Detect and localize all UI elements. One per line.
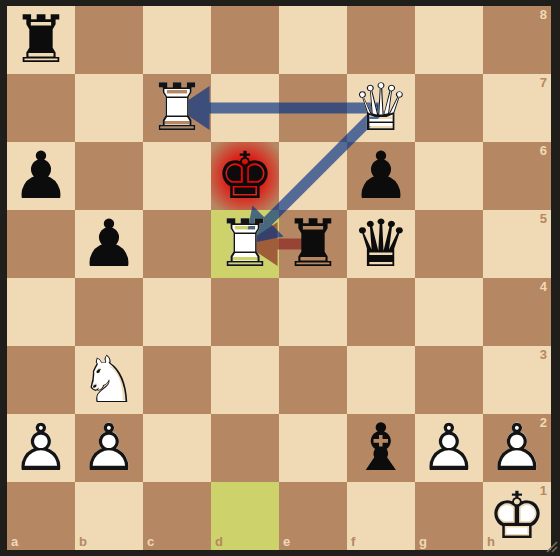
square-c2[interactable]: [143, 414, 211, 482]
square-g6[interactable]: [415, 142, 483, 210]
file-label-e: e: [283, 534, 290, 549]
square-e2[interactable]: [279, 414, 347, 482]
square-b6[interactable]: [75, 142, 143, 210]
square-f4[interactable]: [347, 278, 415, 346]
square-g5[interactable]: [415, 210, 483, 278]
square-g8[interactable]: [415, 6, 483, 74]
resize-handle-icon[interactable]: [545, 540, 559, 554]
square-c8[interactable]: [143, 6, 211, 74]
glyph: ♜: [279, 210, 347, 278]
square-c5[interactable]: [143, 210, 211, 278]
piece-black-rook-a8[interactable]: ♜: [7, 6, 75, 74]
square-f7[interactable]: ♛♕: [347, 74, 415, 142]
glyph-outline: ♙: [483, 414, 551, 482]
square-b7[interactable]: [75, 74, 143, 142]
square-h7[interactable]: 7: [483, 74, 551, 142]
glyph: ♟: [7, 142, 75, 210]
square-f3[interactable]: [347, 346, 415, 414]
square-c7[interactable]: ♜♖: [143, 74, 211, 142]
square-h1[interactable]: h1♚♔: [483, 482, 551, 550]
glyph: ♛: [347, 210, 415, 278]
square-d2[interactable]: [211, 414, 279, 482]
file-label-c: c: [147, 534, 154, 549]
glyph: ♟: [75, 210, 143, 278]
square-g1[interactable]: g: [415, 482, 483, 550]
rank-label-3: 3: [540, 347, 547, 362]
board-frame: ♜8♜♖♛♕7♟♚♟6♟♜♖♜♛54♞♘3♟♙♟♙♝♟♙2♟♙abcdefgh1…: [0, 0, 560, 556]
glyph-outline: ♕: [347, 74, 415, 142]
square-f1[interactable]: f: [347, 482, 415, 550]
square-h5[interactable]: 5: [483, 210, 551, 278]
square-b3[interactable]: ♞♘: [75, 346, 143, 414]
square-a1[interactable]: a: [7, 482, 75, 550]
glyph-outline: ♙: [415, 414, 483, 482]
piece-white-pawn-g2[interactable]: ♟♙: [415, 414, 483, 482]
piece-black-pawn-b5[interactable]: ♟: [75, 210, 143, 278]
square-h3[interactable]: 3: [483, 346, 551, 414]
square-e3[interactable]: [279, 346, 347, 414]
piece-black-bishop-f2[interactable]: ♝: [347, 414, 415, 482]
square-a6[interactable]: ♟: [7, 142, 75, 210]
square-a8[interactable]: ♜: [7, 6, 75, 74]
piece-black-pawn-a6[interactable]: ♟: [7, 142, 75, 210]
square-h2[interactable]: 2♟♙: [483, 414, 551, 482]
square-e7[interactable]: [279, 74, 347, 142]
square-a5[interactable]: [7, 210, 75, 278]
file-label-g: g: [419, 534, 427, 549]
rank-label-6: 6: [540, 143, 547, 158]
glyph: ♜: [7, 6, 75, 74]
square-b2[interactable]: ♟♙: [75, 414, 143, 482]
glyph: ♚: [211, 142, 279, 210]
square-g7[interactable]: [415, 74, 483, 142]
piece-white-knight-b3[interactable]: ♞♘: [75, 346, 143, 414]
rank-label-8: 8: [540, 7, 547, 22]
square-d5[interactable]: ♜♖: [211, 210, 279, 278]
square-a2[interactable]: ♟♙: [7, 414, 75, 482]
file-label-b: b: [79, 534, 87, 549]
piece-white-rook-d5[interactable]: ♜♖: [211, 210, 279, 278]
piece-black-king-d6[interactable]: ♚: [211, 142, 279, 210]
file-label-f: f: [351, 534, 355, 549]
square-c6[interactable]: [143, 142, 211, 210]
glyph-outline: ♙: [7, 414, 75, 482]
glyph-outline: ♔: [483, 482, 551, 550]
square-g4[interactable]: [415, 278, 483, 346]
square-a7[interactable]: [7, 74, 75, 142]
square-f6[interactable]: ♟: [347, 142, 415, 210]
piece-white-king-h1[interactable]: ♚♔: [483, 482, 551, 550]
piece-black-pawn-f6[interactable]: ♟: [347, 142, 415, 210]
square-d4[interactable]: [211, 278, 279, 346]
piece-white-pawn-b2[interactable]: ♟♙: [75, 414, 143, 482]
glyph-outline: ♖: [143, 74, 211, 142]
square-g3[interactable]: [415, 346, 483, 414]
glyph-outline: ♖: [211, 210, 279, 278]
square-d8[interactable]: [211, 6, 279, 74]
square-e4[interactable]: [279, 278, 347, 346]
square-a3[interactable]: [7, 346, 75, 414]
square-e8[interactable]: [279, 6, 347, 74]
square-c4[interactable]: [143, 278, 211, 346]
piece-white-pawn-a2[interactable]: ♟♙: [7, 414, 75, 482]
file-label-a: a: [11, 534, 18, 549]
piece-black-rook-e5[interactable]: ♜: [279, 210, 347, 278]
rank-label-4: 4: [540, 279, 547, 294]
square-c3[interactable]: [143, 346, 211, 414]
square-d6[interactable]: ♚: [211, 142, 279, 210]
square-e5[interactable]: ♜: [279, 210, 347, 278]
square-f5[interactable]: ♛: [347, 210, 415, 278]
square-h4[interactable]: 4: [483, 278, 551, 346]
square-h8[interactable]: 8: [483, 6, 551, 74]
square-e1[interactable]: e: [279, 482, 347, 550]
rank-label-5: 5: [540, 211, 547, 226]
square-e6[interactable]: [279, 142, 347, 210]
glyph: ♝: [347, 414, 415, 482]
rank-label-7: 7: [540, 75, 547, 90]
piece-black-queen-f5[interactable]: ♛: [347, 210, 415, 278]
square-f2[interactable]: ♝: [347, 414, 415, 482]
square-b4[interactable]: [75, 278, 143, 346]
square-h6[interactable]: 6: [483, 142, 551, 210]
square-b5[interactable]: ♟: [75, 210, 143, 278]
square-b1[interactable]: b: [75, 482, 143, 550]
square-b8[interactable]: [75, 6, 143, 74]
piece-white-queen-f7[interactable]: ♛♕: [347, 74, 415, 142]
square-f8[interactable]: [347, 6, 415, 74]
square-d7[interactable]: [211, 74, 279, 142]
piece-white-pawn-h2[interactable]: ♟♙: [483, 414, 551, 482]
square-d1[interactable]: d: [211, 482, 279, 550]
square-d3[interactable]: [211, 346, 279, 414]
glyph-outline: ♙: [75, 414, 143, 482]
square-g2[interactable]: ♟♙: [415, 414, 483, 482]
chess-board: ♜8♜♖♛♕7♟♚♟6♟♜♖♜♛54♞♘3♟♙♟♙♝♟♙2♟♙abcdefgh1…: [7, 6, 551, 550]
square-a4[interactable]: [7, 278, 75, 346]
square-c1[interactable]: c: [143, 482, 211, 550]
glyph-outline: ♘: [75, 346, 143, 414]
file-label-d: d: [215, 534, 223, 549]
glyph: ♟: [347, 142, 415, 210]
piece-white-rook-c7[interactable]: ♜♖: [143, 74, 211, 142]
